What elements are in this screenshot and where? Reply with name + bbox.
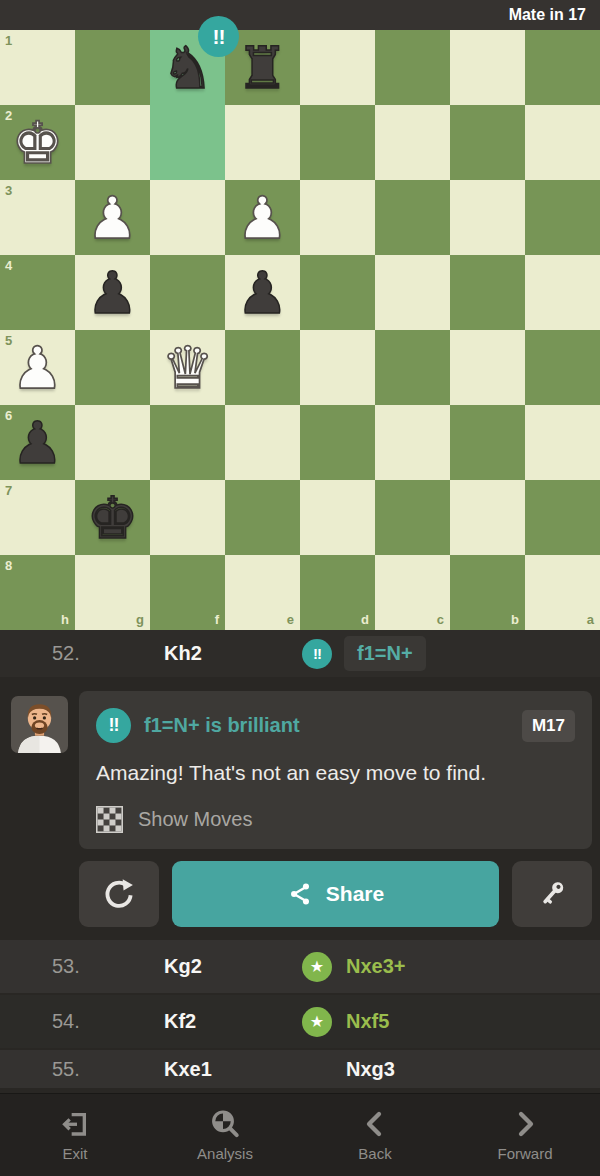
comment-card-header: !! f1=N+ is brilliant M17 — [96, 708, 575, 743]
coach-comment-section: !! f1=N+ is brilliant M17 Amazing! That'… — [0, 691, 600, 849]
move-list: 53. Kg2 ★ Nxe3+ 54. Kf2 ★ Nxf5 55. Kxe1 … — [0, 940, 600, 1088]
black-king: ♚ — [75, 480, 150, 555]
black-pawn: ♟ — [225, 255, 300, 330]
move-row[interactable]: 55. Kxe1 Nxg3 — [0, 1050, 600, 1088]
best-move-badge: ★ — [302, 1007, 332, 1037]
black-pawn: ♟ — [0, 405, 75, 480]
square-h1[interactable]: 1 — [0, 30, 75, 105]
chessboard-icon — [96, 806, 123, 833]
move-number: 55. — [52, 1058, 164, 1081]
chevron-left-icon — [359, 1108, 391, 1140]
white-pawn: ♟ — [75, 180, 150, 255]
square-e7[interactable] — [225, 480, 300, 555]
square-d7[interactable] — [300, 480, 375, 555]
brilliant-move-badge: !! — [198, 16, 239, 57]
square-a1[interactable] — [525, 30, 600, 105]
square-g5[interactable] — [75, 330, 150, 405]
file-label-e: e — [287, 613, 294, 626]
square-d2[interactable] — [300, 105, 375, 180]
square-d4[interactable] — [300, 255, 375, 330]
square-d1[interactable] — [300, 30, 375, 105]
file-label-g: g — [136, 613, 144, 626]
coach-avatar-image — [11, 696, 68, 753]
square-e5[interactable] — [225, 330, 300, 405]
bottom-navigation: Exit Analysis Back Forward — [0, 1093, 600, 1176]
square-a2[interactable] — [525, 105, 600, 180]
square-f7[interactable] — [150, 480, 225, 555]
white-king: ♚ — [0, 105, 75, 180]
square-a7[interactable] — [525, 480, 600, 555]
move-row[interactable]: 53. Kg2 ★ Nxe3+ — [0, 940, 600, 993]
black-move[interactable]: Nxe3+ — [346, 955, 406, 978]
square-g8[interactable]: g — [75, 555, 150, 630]
square-c8[interactable]: c — [375, 555, 450, 630]
square-d5[interactable] — [300, 330, 375, 405]
move-number: 54. — [52, 1010, 164, 1033]
brilliant-badge-icon: !! — [96, 708, 131, 743]
back-button[interactable]: Back — [300, 1094, 450, 1176]
square-f8[interactable]: f — [150, 555, 225, 630]
file-label-f: f — [215, 613, 219, 626]
square-a4[interactable] — [525, 255, 600, 330]
rank-label-1: 1 — [5, 34, 12, 47]
share-button-label: Share — [326, 882, 384, 906]
square-a6[interactable] — [525, 405, 600, 480]
square-c2[interactable] — [375, 105, 450, 180]
top-bar: Mate in 17 — [0, 0, 600, 30]
square-e3[interactable]: ♟ — [225, 180, 300, 255]
coach-comment-card: !! f1=N+ is brilliant M17 Amazing! That'… — [79, 691, 592, 849]
square-a3[interactable] — [525, 180, 600, 255]
show-moves-label: Show Moves — [138, 808, 253, 831]
move-number: 53. — [52, 955, 164, 978]
square-g2[interactable] — [75, 105, 150, 180]
square-h5[interactable]: 5♟ — [0, 330, 75, 405]
square-f3[interactable] — [150, 180, 225, 255]
square-c4[interactable] — [375, 255, 450, 330]
file-label-c: c — [437, 613, 444, 626]
key-icon — [535, 877, 569, 911]
square-g6[interactable] — [75, 405, 150, 480]
best-move-badge: ★ — [302, 952, 332, 982]
square-c6[interactable] — [375, 405, 450, 480]
square-a8[interactable]: a — [525, 555, 600, 630]
retry-button[interactable] — [79, 861, 159, 927]
square-f4[interactable] — [150, 255, 225, 330]
white-queen: ♛ — [150, 330, 225, 405]
analysis-magnifier-icon — [209, 1108, 241, 1140]
square-b2[interactable] — [450, 105, 525, 180]
black-pawn: ♟ — [75, 255, 150, 330]
chevron-right-icon — [509, 1108, 541, 1140]
square-e6[interactable] — [225, 405, 300, 480]
rank-label-8: 8 — [5, 559, 12, 572]
square-f5[interactable]: ♛ — [150, 330, 225, 405]
exit-door-icon — [59, 1108, 91, 1140]
square-h2[interactable]: 2♚ — [0, 105, 75, 180]
action-buttons-row: Share — [79, 861, 592, 927]
black-move-highlighted[interactable]: f1=N+ — [344, 636, 426, 671]
file-label-h: h — [61, 613, 69, 626]
share-icon — [287, 881, 313, 907]
square-b3[interactable] — [450, 180, 525, 255]
rank-label-4: 4 — [5, 259, 12, 272]
move-quality-title: f1=N+ is brilliant — [144, 714, 509, 737]
square-e8[interactable]: e — [225, 555, 300, 630]
white-move[interactable]: Kh2 — [164, 642, 302, 665]
puzzle-goal-label: Mate in 17 — [509, 6, 586, 24]
white-move[interactable]: Kxe1 — [164, 1058, 302, 1081]
move-row-current[interactable]: 52. Kh2 !! f1=N+ — [0, 630, 600, 677]
black-move[interactable]: Nxg3 — [346, 1058, 395, 1081]
white-move[interactable]: Kg2 — [164, 955, 302, 978]
coach-avatar — [11, 696, 68, 753]
square-c1[interactable] — [375, 30, 450, 105]
move-number: 52. — [52, 642, 164, 665]
back-label: Back — [358, 1145, 391, 1162]
share-button[interactable]: Share — [172, 861, 499, 927]
square-b6[interactable] — [450, 405, 525, 480]
analysis-label: Analysis — [197, 1145, 253, 1162]
square-g1[interactable] — [75, 30, 150, 105]
square-d6[interactable] — [300, 405, 375, 480]
white-pawn: ♟ — [225, 180, 300, 255]
square-c3[interactable] — [375, 180, 450, 255]
square-b4[interactable] — [450, 255, 525, 330]
mate-eval-badge: M17 — [522, 710, 575, 742]
square-g3[interactable]: ♟ — [75, 180, 150, 255]
square-h4[interactable]: 4 — [0, 255, 75, 330]
show-moves-button[interactable]: Show Moves — [96, 806, 575, 833]
rank-label-3: 3 — [5, 184, 12, 197]
white-pawn: ♟ — [0, 330, 75, 405]
square-f6[interactable] — [150, 405, 225, 480]
square-b8[interactable]: b — [450, 555, 525, 630]
coach-comment-text: Amazing! That's not an easy move to find… — [96, 759, 575, 786]
square-b5[interactable] — [450, 330, 525, 405]
square-h8[interactable]: 8h — [0, 555, 75, 630]
exit-label: Exit — [62, 1145, 87, 1162]
square-e2[interactable] — [225, 105, 300, 180]
white-move[interactable]: Kf2 — [164, 1010, 302, 1033]
square-h7[interactable]: 7 — [0, 480, 75, 555]
square-g7[interactable]: ♚ — [75, 480, 150, 555]
square-d8[interactable]: d — [300, 555, 375, 630]
file-label-b: b — [511, 613, 519, 626]
retry-refresh-icon — [102, 877, 136, 911]
exit-button[interactable]: Exit — [0, 1094, 150, 1176]
square-b1[interactable] — [450, 30, 525, 105]
square-b7[interactable] — [450, 480, 525, 555]
brilliant-badge-icon: !! — [302, 639, 332, 669]
black-move[interactable]: Nxf5 — [346, 1010, 389, 1033]
square-g4[interactable]: ♟ — [75, 255, 150, 330]
file-label-d: d — [361, 613, 369, 626]
forward-label: Forward — [497, 1145, 552, 1162]
square-h3[interactable]: 3 — [0, 180, 75, 255]
square-a5[interactable] — [525, 330, 600, 405]
square-h6[interactable]: 6♟ — [0, 405, 75, 480]
forward-button[interactable]: Forward — [450, 1094, 600, 1176]
analysis-button[interactable]: Analysis — [150, 1094, 300, 1176]
solution-key-button[interactable] — [512, 861, 592, 927]
square-c5[interactable] — [375, 330, 450, 405]
file-label-a: a — [587, 613, 594, 626]
square-e4[interactable]: ♟ — [225, 255, 300, 330]
square-d3[interactable] — [300, 180, 375, 255]
chess-board: 1♞♜2♚3♟♟4♟♟5♟♛6♟7♚8hgfedcba!! — [0, 30, 600, 630]
square-c7[interactable] — [375, 480, 450, 555]
move-row[interactable]: 54. Kf2 ★ Nxf5 — [0, 995, 600, 1048]
square-f2[interactable] — [150, 105, 225, 180]
rank-label-7: 7 — [5, 484, 12, 497]
